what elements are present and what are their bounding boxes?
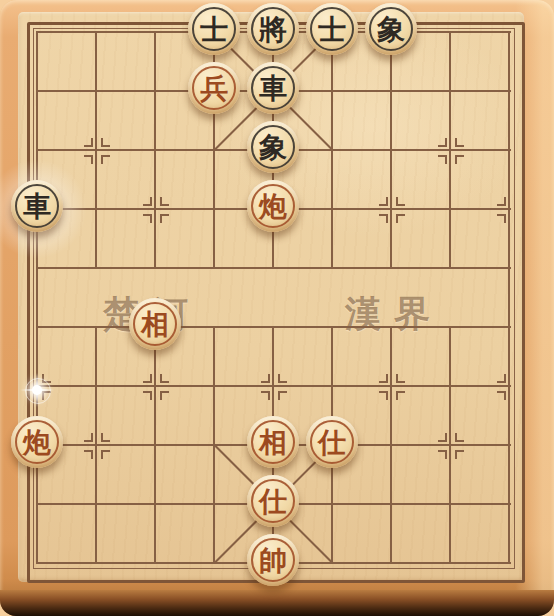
xiangqi-game-screen: 楚河 漢界 士將士象兵車象車炮相炮相仕仕帥 xyxy=(0,0,554,616)
river-label-han-jie: 漢界 xyxy=(345,290,443,339)
marker-corner xyxy=(497,214,506,223)
marker-corner xyxy=(396,214,405,223)
piece-black-advisor[interactable]: 士 xyxy=(306,3,358,55)
piece-glyph: 士 xyxy=(318,16,346,44)
grid-line-vertical xyxy=(390,326,392,564)
piece-glyph: 兵 xyxy=(200,75,228,103)
marker-corner xyxy=(101,138,110,147)
marker-corner xyxy=(143,374,152,383)
piece-black-elephant[interactable]: 象 xyxy=(247,121,299,173)
piece-glyph: 炮 xyxy=(259,193,287,221)
marker-corner xyxy=(438,450,447,459)
marker-corner xyxy=(160,214,169,223)
piece-glyph: 將 xyxy=(259,16,287,44)
marker-corner xyxy=(84,433,93,442)
grid-line-vertical xyxy=(154,31,156,269)
marker-corner xyxy=(438,155,447,164)
grid-line-vertical xyxy=(154,326,156,564)
marker-corner xyxy=(379,197,388,206)
grid-line-horizontal xyxy=(37,385,511,387)
marker-corner xyxy=(379,214,388,223)
grid-line-vertical xyxy=(95,31,97,269)
piece-red-advisor[interactable]: 仕 xyxy=(247,475,299,527)
marker-corner xyxy=(84,155,93,164)
marker-corner xyxy=(160,197,169,206)
marker-corner xyxy=(143,214,152,223)
marker-corner xyxy=(101,433,110,442)
marker-corner xyxy=(497,197,506,206)
piece-glyph: 炮 xyxy=(23,429,51,457)
marker-corner xyxy=(42,391,51,400)
piece-glyph: 車 xyxy=(259,75,287,103)
marker-corner xyxy=(101,155,110,164)
piece-black-chariot[interactable]: 車 xyxy=(247,62,299,114)
grid-line-horizontal xyxy=(37,267,511,269)
marker-corner xyxy=(379,374,388,383)
marker-corner xyxy=(396,391,405,400)
grid-line-vertical xyxy=(449,326,451,564)
marker-corner xyxy=(261,391,270,400)
piece-glyph: 象 xyxy=(377,16,405,44)
piece-red-minister[interactable]: 相 xyxy=(129,298,181,350)
grid-line-horizontal xyxy=(37,326,511,328)
marker-corner xyxy=(42,374,51,383)
marker-corner xyxy=(278,391,287,400)
piece-glyph: 相 xyxy=(259,429,287,457)
marker-corner xyxy=(497,391,506,400)
marker-corner xyxy=(438,138,447,147)
marker-corner xyxy=(143,197,152,206)
marker-corner xyxy=(143,391,152,400)
marker-corner xyxy=(438,433,447,442)
board-grid[interactable]: 楚河 漢界 士將士象兵車象車炮相炮相仕仕帥 xyxy=(37,32,509,563)
grid-line-vertical xyxy=(449,31,451,269)
marker-corner xyxy=(455,155,464,164)
marker-corner xyxy=(455,433,464,442)
piece-glyph: 帥 xyxy=(259,547,287,575)
piece-glyph: 仕 xyxy=(259,488,287,516)
grid-line-vertical xyxy=(36,31,38,564)
piece-red-cannon[interactable]: 炮 xyxy=(247,180,299,232)
marker-corner xyxy=(455,138,464,147)
marker-corner xyxy=(497,374,506,383)
piece-black-chariot[interactable]: 車 xyxy=(11,180,63,232)
piece-red-advisor[interactable]: 仕 xyxy=(306,416,358,468)
piece-glyph: 仕 xyxy=(318,429,346,457)
piece-glyph: 士 xyxy=(200,16,228,44)
grid-line-vertical xyxy=(508,31,510,564)
marker-corner xyxy=(84,138,93,147)
piece-red-general[interactable]: 帥 xyxy=(247,534,299,586)
piece-red-cannon[interactable]: 炮 xyxy=(11,416,63,468)
marker-corner xyxy=(396,374,405,383)
piece-black-general[interactable]: 將 xyxy=(247,3,299,55)
marker-corner xyxy=(261,374,270,383)
piece-black-elephant[interactable]: 象 xyxy=(365,3,417,55)
board-frame: 楚河 漢界 士將士象兵車象車炮相炮相仕仕帥 xyxy=(0,0,554,616)
grid-line-vertical xyxy=(95,326,97,564)
marker-corner xyxy=(278,374,287,383)
marker-corner xyxy=(455,450,464,459)
piece-black-advisor[interactable]: 士 xyxy=(188,3,240,55)
piece-red-minister[interactable]: 相 xyxy=(247,416,299,468)
marker-corner xyxy=(160,391,169,400)
piece-red-soldier[interactable]: 兵 xyxy=(188,62,240,114)
marker-corner xyxy=(101,450,110,459)
marker-corner xyxy=(396,197,405,206)
marker-corner xyxy=(160,374,169,383)
marker-corner xyxy=(379,391,388,400)
board-bottom-edge xyxy=(0,590,554,616)
piece-glyph: 象 xyxy=(259,134,287,162)
grid-line-vertical xyxy=(390,31,392,269)
piece-glyph: 車 xyxy=(23,193,51,221)
marker-corner xyxy=(84,450,93,459)
piece-glyph: 相 xyxy=(141,311,169,339)
